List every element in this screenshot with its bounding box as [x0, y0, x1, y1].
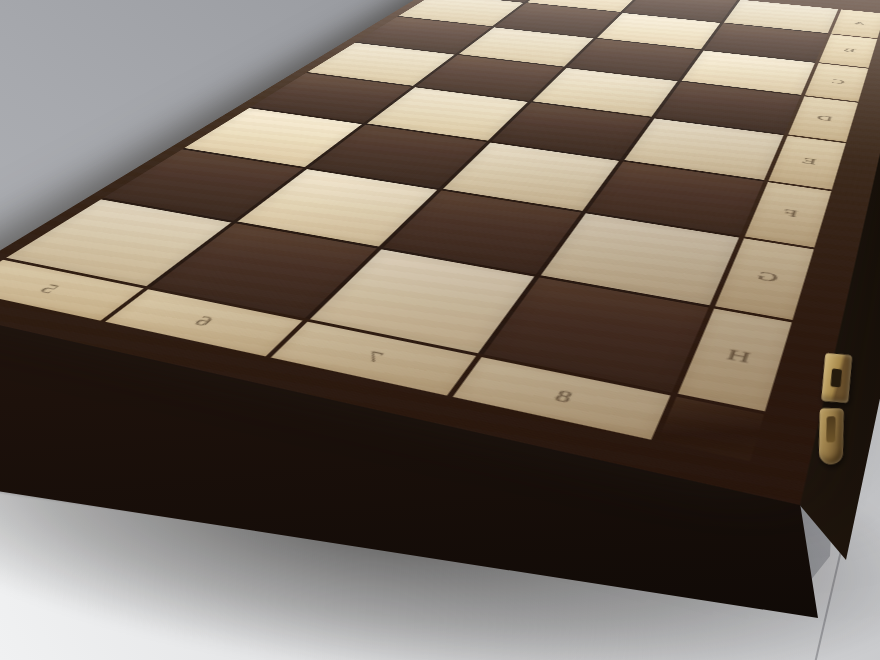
- clasp-lower-hook: [819, 408, 844, 464]
- scene: A B C D E F G H 5 6 7 8: [0, 0, 880, 660]
- clasp-upper-plate: [821, 353, 852, 403]
- file-label-c: C: [805, 63, 869, 102]
- file-label-a: A: [831, 9, 880, 38]
- file-label-e: E: [769, 135, 846, 189]
- brass-clasp: [809, 349, 867, 474]
- file-label-d: D: [788, 96, 858, 141]
- file-label-b: B: [819, 34, 877, 67]
